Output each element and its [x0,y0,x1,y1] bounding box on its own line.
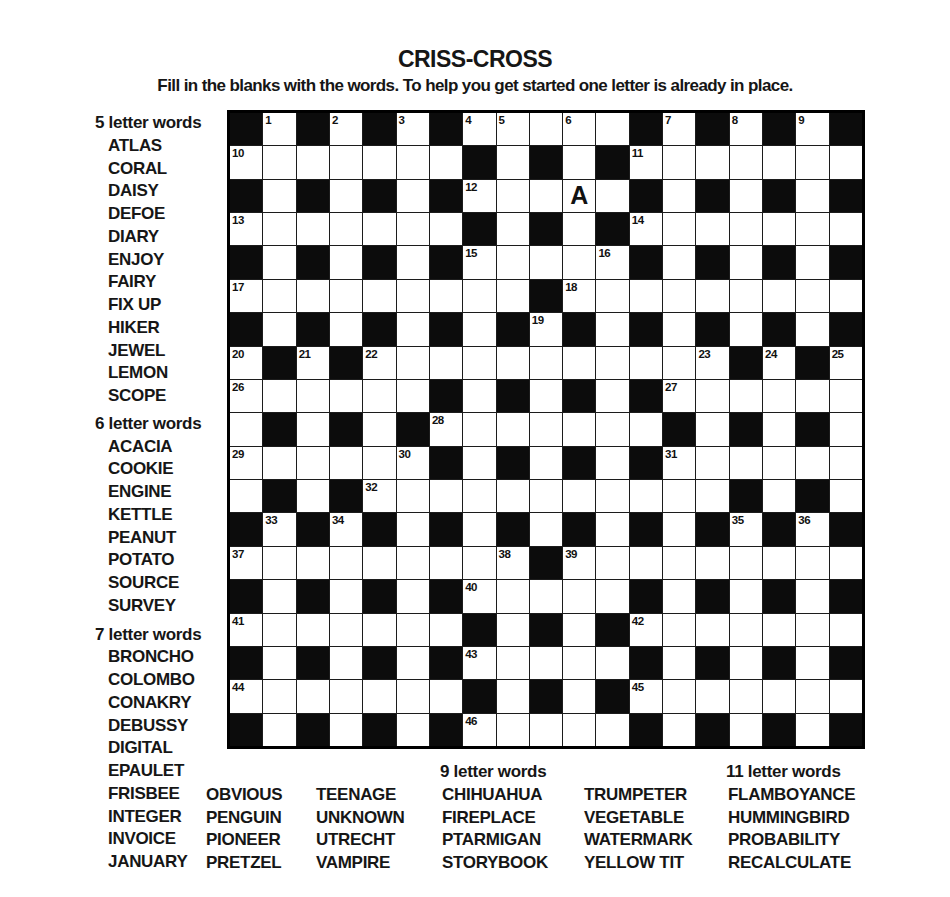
entry-cell-r3c12[interactable]: 14 [630,213,662,245]
entry-cell-r15c16[interactable] [763,614,795,646]
entry-cell-r17c14[interactable] [696,680,728,712]
word-list-item: EPAULET [95,760,201,783]
entry-cell-r12c17[interactable]: 36 [796,513,828,545]
spacer [582,761,692,784]
entry-cell-r5c2[interactable] [297,280,329,312]
entry-cell-r0c10[interactable]: 6 [563,113,595,145]
entry-cell-r2c7[interactable]: 12 [463,180,495,212]
entry-cell-r2c10[interactable]: A [563,180,595,212]
entry-cell-r9c9[interactable] [530,413,562,445]
entry-cell-r13c0[interactable]: 37 [230,547,262,579]
entry-cell-r7c4[interactable]: 22 [363,347,395,379]
entry-cell-r13c18[interactable] [830,547,862,579]
entry-cell-r9c18[interactable] [830,413,862,445]
entry-cell-r3c0[interactable]: 13 [230,213,262,245]
entry-cell-r7c9[interactable] [530,347,562,379]
word-list-item: FLAMBOYANCE [726,784,855,807]
entry-cell-r2c3[interactable] [330,180,362,212]
entry-cell-r11c5[interactable] [397,480,429,512]
word-list-item: LEMON [95,362,201,385]
word-section-6-letter-words: 6 letter wordsACACIACOOKIEENGINEKETTLEPE… [95,413,201,618]
entry-cell-r17c13[interactable] [663,680,695,712]
entry-cell-r17c17[interactable] [796,680,828,712]
entry-cell-r8c13[interactable]: 27 [663,380,695,412]
block-cell-r3c7 [463,213,495,245]
entry-cell-r10c5[interactable]: 30 [397,447,429,479]
entry-cell-r5c4[interactable] [363,280,395,312]
entry-cell-r9c4[interactable] [363,413,395,445]
entry-cell-r6c5[interactable] [397,313,429,345]
entry-cell-r11c16[interactable] [763,480,795,512]
clue-number: 6 [565,113,571,127]
entry-cell-r2c8[interactable] [497,180,529,212]
entry-cell-r13c6[interactable] [430,547,462,579]
entry-cell-r3c2[interactable] [297,213,329,245]
entry-cell-r14c9[interactable] [530,580,562,612]
entry-cell-r0c5[interactable]: 3 [397,113,429,145]
entry-cell-r13c12[interactable] [630,547,662,579]
entry-cell-r0c8[interactable]: 5 [497,113,529,145]
entry-cell-r5c15[interactable] [730,280,762,312]
entry-cell-r16c5[interactable] [397,647,429,679]
entry-cell-r5c14[interactable] [696,280,728,312]
entry-cell-r1c4[interactable] [363,146,395,178]
entry-cell-r7c0[interactable]: 20 [230,347,262,379]
entry-cell-r17c18[interactable] [830,680,862,712]
entry-cell-r16c8[interactable] [497,647,529,679]
entry-cell-r3c17[interactable] [796,213,828,245]
entry-cell-r5c3[interactable] [330,280,362,312]
entry-cell-r8c16[interactable] [763,380,795,412]
entry-cell-r14c11[interactable] [596,580,628,612]
entry-cell-r13c13[interactable] [663,547,695,579]
entry-cell-r5c17[interactable] [796,280,828,312]
entry-cell-r13c16[interactable] [763,547,795,579]
entry-cell-r18c17[interactable] [796,714,828,746]
entry-cell-r13c1[interactable] [263,547,295,579]
entry-cell-r1c17[interactable] [796,146,828,178]
block-cell-r6c10 [563,313,595,345]
entry-cell-r0c11[interactable] [596,113,628,145]
clue-number: 7 [665,113,671,127]
entry-cell-r18c8[interactable] [497,714,529,746]
entry-cell-r18c10[interactable] [563,714,595,746]
entry-cell-r10c18[interactable] [830,447,862,479]
entry-cell-r17c6[interactable] [430,680,462,712]
entry-cell-r14c5[interactable] [397,580,429,612]
block-cell-r15c9 [530,614,562,646]
entry-cell-r4c9[interactable] [530,246,562,278]
entry-cell-r4c15[interactable] [730,246,762,278]
entry-cell-r1c5[interactable] [397,146,429,178]
entry-cell-r16c9[interactable] [530,647,562,679]
entry-cell-r11c18[interactable] [830,480,862,512]
entry-cell-r1c0[interactable]: 10 [230,146,262,178]
entry-cell-r18c3[interactable] [330,714,362,746]
entry-cell-r5c12[interactable] [630,280,662,312]
entry-cell-r1c13[interactable] [663,146,695,178]
block-cell-r0c12 [630,113,662,145]
entry-cell-r3c18[interactable] [830,213,862,245]
entry-cell-r10c1[interactable] [263,447,295,479]
entry-cell-r9c11[interactable] [596,413,628,445]
word-length-header: 11 letter words [726,761,855,784]
entry-cell-r13c11[interactable] [596,547,628,579]
entry-cell-r3c15[interactable] [730,213,762,245]
entry-cell-r10c7[interactable] [463,447,495,479]
entry-cell-r8c14[interactable] [696,380,728,412]
entry-cell-r13c15[interactable] [730,547,762,579]
block-cell-r2c12 [630,180,662,212]
entry-cell-r4c3[interactable] [330,246,362,278]
block-cell-r12c8 [497,513,529,545]
word-list-item: PTARMIGAN [440,829,548,852]
entry-cell-r3c8[interactable] [497,213,529,245]
entry-cell-r13c3[interactable] [330,547,362,579]
entry-cell-r18c13[interactable] [663,714,695,746]
entry-cell-r3c4[interactable] [363,213,395,245]
entry-cell-r2c9[interactable] [530,180,562,212]
entry-cell-r16c15[interactable] [730,647,762,679]
entry-cell-r18c9[interactable] [530,714,562,746]
entry-cell-r4c17[interactable] [796,246,828,278]
entry-cell-r5c16[interactable] [763,280,795,312]
clue-number: 37 [232,547,244,561]
entry-cell-r12c11[interactable] [596,513,628,545]
entry-cell-r16c1[interactable] [263,647,295,679]
entry-cell-r15c10[interactable] [563,614,595,646]
entry-cell-r1c18[interactable] [830,146,862,178]
entry-cell-r8c2[interactable] [297,380,329,412]
entry-cell-r3c3[interactable] [330,213,362,245]
entry-cell-r11c14[interactable] [696,480,728,512]
entry-cell-r10c9[interactable] [530,447,562,479]
entry-cell-r15c18[interactable] [830,614,862,646]
entry-cell-r14c17[interactable] [796,580,828,612]
block-cell-r1c9 [530,146,562,178]
entry-cell-r4c1[interactable] [263,246,295,278]
entry-cell-r16c11[interactable] [596,647,628,679]
entry-cell-r2c11[interactable] [596,180,628,212]
entry-cell-r6c11[interactable] [596,313,628,345]
entry-cell-r10c14[interactable] [696,447,728,479]
entry-cell-r1c15[interactable] [730,146,762,178]
entry-cell-r7c10[interactable] [563,347,595,379]
entry-cell-r10c2[interactable] [297,447,329,479]
block-cell-r4c18 [830,246,862,278]
entry-cell-r15c13[interactable] [663,614,695,646]
entry-cell-r13c10[interactable]: 39 [563,547,595,579]
entry-cell-r1c6[interactable] [430,146,462,178]
entry-cell-r12c5[interactable] [397,513,429,545]
entry-cell-r17c1[interactable] [263,680,295,712]
entry-cell-r11c12[interactable] [630,480,662,512]
entry-cell-r17c0[interactable]: 44 [230,680,262,712]
entry-cell-r9c6[interactable]: 28 [430,413,462,445]
block-cell-r9c17 [796,413,828,445]
entry-cell-r10c15[interactable] [730,447,762,479]
entry-cell-r8c1[interactable] [263,380,295,412]
entry-cell-r17c15[interactable] [730,680,762,712]
entry-cell-r4c8[interactable] [497,246,529,278]
entry-cell-r13c8[interactable]: 38 [497,547,529,579]
entry-cell-r18c15[interactable] [730,714,762,746]
entry-cell-r6c17[interactable] [796,313,828,345]
entry-cell-r0c7[interactable]: 4 [463,113,495,145]
entry-cell-r11c4[interactable]: 32 [363,480,395,512]
entry-cell-r5c1[interactable] [263,280,295,312]
entry-cell-r6c15[interactable] [730,313,762,345]
entry-cell-r7c8[interactable] [497,347,529,379]
entry-cell-r13c5[interactable] [397,547,429,579]
block-cell-r9c3 [330,413,362,445]
entry-cell-r1c14[interactable] [696,146,728,178]
entry-cell-r10c13[interactable]: 31 [663,447,695,479]
entry-cell-r6c13[interactable] [663,313,695,345]
block-cell-r8c12 [630,380,662,412]
entry-cell-r1c10[interactable] [563,146,595,178]
entry-cell-r8c7[interactable] [463,380,495,412]
block-cell-r6c0 [230,313,262,345]
entry-cell-r8c9[interactable] [530,380,562,412]
entry-cell-r4c5[interactable] [397,246,429,278]
entry-cell-r3c14[interactable] [696,213,728,245]
entry-cell-r5c6[interactable] [430,280,462,312]
entry-cell-r8c3[interactable] [330,380,362,412]
clue-number: 18 [565,280,577,294]
entry-cell-r18c7[interactable]: 46 [463,714,495,746]
entry-cell-r13c7[interactable] [463,547,495,579]
entry-cell-r18c5[interactable] [397,714,429,746]
clue-number: 32 [365,480,377,494]
entry-cell-r17c3[interactable] [330,680,362,712]
entry-cell-r7c13[interactable] [663,347,695,379]
entry-cell-r13c2[interactable] [297,547,329,579]
word-list-item: JANUARY [95,851,201,874]
entry-cell-r15c14[interactable] [696,614,728,646]
entry-cell-r13c4[interactable] [363,547,395,579]
entry-cell-r16c17[interactable] [796,647,828,679]
entry-cell-r2c5[interactable] [397,180,429,212]
entry-cell-r7c7[interactable] [463,347,495,379]
entry-cell-r14c10[interactable] [563,580,595,612]
entry-cell-r10c17[interactable] [796,447,828,479]
entry-cell-r10c11[interactable] [596,447,628,479]
entry-cell-r14c15[interactable] [730,580,762,612]
entry-cell-r7c14[interactable]: 23 [696,347,728,379]
entry-cell-r3c6[interactable] [430,213,462,245]
entry-cell-r5c13[interactable] [663,280,695,312]
entry-cell-r15c1[interactable] [263,614,295,646]
entry-cell-r15c3[interactable] [330,614,362,646]
entry-cell-r17c16[interactable] [763,680,795,712]
entry-cell-r1c3[interactable] [330,146,362,178]
entry-cell-r6c3[interactable] [330,313,362,345]
entry-cell-r12c9[interactable] [530,513,562,545]
entry-cell-r11c2[interactable] [297,480,329,512]
entry-cell-r12c15[interactable]: 35 [730,513,762,545]
entry-cell-r14c8[interactable] [497,580,529,612]
entry-cell-r9c8[interactable] [497,413,529,445]
entry-cell-r8c5[interactable] [397,380,429,412]
entry-cell-r16c10[interactable] [563,647,595,679]
block-cell-r0c16 [763,113,795,145]
entry-cell-r9c10[interactable] [563,413,595,445]
entry-cell-r17c10[interactable] [563,680,595,712]
entry-cell-r15c0[interactable]: 41 [230,614,262,646]
entry-cell-r7c18[interactable]: 25 [830,347,862,379]
entry-cell-r1c2[interactable] [297,146,329,178]
entry-cell-r3c5[interactable] [397,213,429,245]
entry-cell-r0c1[interactable]: 1 [263,113,295,145]
entry-cell-r10c3[interactable] [330,447,362,479]
entry-cell-r5c8[interactable] [497,280,529,312]
block-cell-r14c4 [363,580,395,612]
entry-cell-r3c16[interactable] [763,213,795,245]
entry-cell-r10c0[interactable]: 29 [230,447,262,479]
entry-cell-r15c8[interactable] [497,614,529,646]
entry-cell-r15c2[interactable] [297,614,329,646]
entry-cell-r5c5[interactable] [397,280,429,312]
entry-cell-r8c15[interactable] [730,380,762,412]
entry-cell-r15c4[interactable] [363,614,395,646]
entry-cell-r3c1[interactable] [263,213,295,245]
entry-cell-r4c10[interactable] [563,246,595,278]
clue-number: 33 [265,513,277,527]
entry-cell-r18c1[interactable] [263,714,295,746]
entry-cell-r15c17[interactable] [796,614,828,646]
word-list-item: POTATO [95,549,201,572]
entry-cell-r10c16[interactable] [763,447,795,479]
entry-cell-r16c7[interactable]: 43 [463,647,495,679]
entry-cell-r5c10[interactable]: 18 [563,280,595,312]
entry-cell-r5c18[interactable] [830,280,862,312]
word-list-bottom-column-2: TEENAGEUNKNOWNUTRECHTVAMPIRE [314,761,405,875]
entry-cell-r7c6[interactable] [430,347,462,379]
clue-number: 28 [432,413,444,427]
word-list-item: BRONCHO [95,646,201,669]
block-cell-r0c0 [230,113,262,145]
entry-cell-r1c12[interactable]: 11 [630,146,662,178]
entry-cell-r8c0[interactable]: 26 [230,380,262,412]
word-list-item: DAISY [95,180,201,203]
entry-cell-r5c0[interactable]: 17 [230,280,262,312]
entry-cell-r3c13[interactable] [663,213,695,245]
entry-cell-r9c16[interactable] [763,413,795,445]
entry-cell-r17c12[interactable]: 45 [630,680,662,712]
entry-cell-r7c12[interactable] [630,347,662,379]
entry-cell-r6c9[interactable]: 19 [530,313,562,345]
entry-cell-r14c3[interactable] [330,580,362,612]
entry-cell-r14c7[interactable]: 40 [463,580,495,612]
entry-cell-r9c7[interactable] [463,413,495,445]
entry-cell-r2c15[interactable] [730,180,762,212]
entry-cell-r6c1[interactable] [263,313,295,345]
entry-cell-r15c5[interactable] [397,614,429,646]
entry-cell-r11c10[interactable] [563,480,595,512]
entry-cell-r9c14[interactable] [696,413,728,445]
entry-cell-r17c4[interactable] [363,680,395,712]
entry-cell-r0c15[interactable]: 8 [730,113,762,145]
entry-cell-r2c13[interactable] [663,180,695,212]
entry-cell-r8c17[interactable] [796,380,828,412]
entry-cell-r7c5[interactable] [397,347,429,379]
entry-cell-r0c17[interactable]: 9 [796,113,828,145]
word-list-item: ACACIA [95,436,201,459]
entry-cell-r15c15[interactable] [730,614,762,646]
entry-cell-r11c11[interactable] [596,480,628,512]
entry-cell-r12c7[interactable] [463,513,495,545]
entry-cell-r0c9[interactable] [530,113,562,145]
entry-cell-r4c13[interactable] [663,246,695,278]
entry-cell-r11c6[interactable] [430,480,462,512]
entry-cell-r9c12[interactable] [630,413,662,445]
entry-cell-r5c7[interactable] [463,280,495,312]
entry-cell-r0c3[interactable]: 2 [330,113,362,145]
entry-cell-r11c8[interactable] [497,480,529,512]
entry-cell-r14c13[interactable] [663,580,695,612]
entry-cell-r6c7[interactable] [463,313,495,345]
entry-cell-r1c8[interactable] [497,146,529,178]
entry-cell-r11c13[interactable] [663,480,695,512]
entry-cell-r17c8[interactable] [497,680,529,712]
entry-cell-r16c3[interactable] [330,647,362,679]
entry-cell-r13c17[interactable] [796,547,828,579]
entry-cell-r2c17[interactable] [796,180,828,212]
entry-cell-r17c2[interactable] [297,680,329,712]
entry-cell-r3c10[interactable] [563,213,595,245]
entry-cell-r4c7[interactable]: 15 [463,246,495,278]
entry-cell-r17c5[interactable] [397,680,429,712]
entry-cell-r14c1[interactable] [263,580,295,612]
entry-cell-r11c9[interactable] [530,480,562,512]
word-list-item: INVOICE [95,828,201,851]
entry-cell-r0c13[interactable]: 7 [663,113,695,145]
entry-cell-r5c11[interactable] [596,280,628,312]
entry-cell-r2c1[interactable] [263,180,295,212]
entry-cell-r4c11[interactable]: 16 [596,246,628,278]
entry-cell-r8c11[interactable] [596,380,628,412]
word-list-item: COLOMBO [95,669,201,692]
entry-cell-r12c3[interactable]: 34 [330,513,362,545]
entry-cell-r9c0[interactable] [230,413,262,445]
entry-cell-r9c2[interactable] [297,413,329,445]
entry-cell-r8c18[interactable] [830,380,862,412]
entry-cell-r11c0[interactable] [230,480,262,512]
entry-cell-r15c6[interactable] [430,614,462,646]
word-length-header: 9 letter words [440,761,548,784]
block-cell-r9c15 [730,413,762,445]
entry-cell-r7c16[interactable]: 24 [763,347,795,379]
block-cell-r6c16 [763,313,795,345]
entry-cell-r7c2[interactable]: 21 [297,347,329,379]
entry-cell-r16c13[interactable] [663,647,695,679]
entry-cell-r12c13[interactable] [663,513,695,545]
entry-cell-r18c11[interactable] [596,714,628,746]
entry-cell-r1c16[interactable] [763,146,795,178]
entry-cell-r8c4[interactable] [363,380,395,412]
block-cell-r3c9 [530,213,562,245]
entry-cell-r15c12[interactable]: 42 [630,614,662,646]
entry-cell-r11c7[interactable] [463,480,495,512]
entry-cell-r1c1[interactable] [263,146,295,178]
entry-cell-r7c11[interactable] [596,347,628,379]
word-list-item: VEGETABLE [582,807,692,830]
entry-cell-r10c4[interactable] [363,447,395,479]
entry-cell-r12c1[interactable]: 33 [263,513,295,545]
block-cell-r4c4 [363,246,395,278]
entry-cell-r13c14[interactable] [696,547,728,579]
